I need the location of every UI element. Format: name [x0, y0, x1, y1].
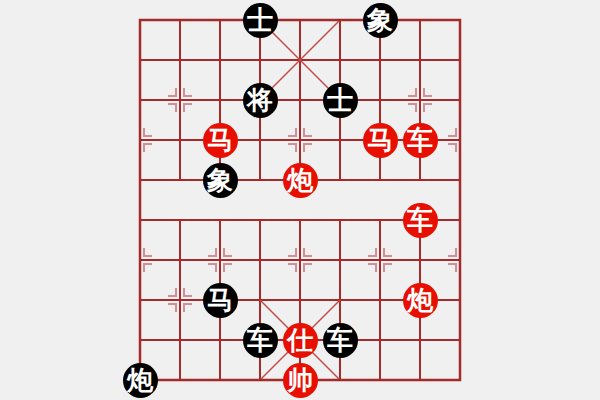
black-chariot[interactable]: 车	[243, 323, 278, 358]
black-elephant[interactable]: 象	[363, 3, 398, 38]
black-horse[interactable]: 马	[203, 283, 238, 318]
red-chariot[interactable]: 车	[403, 123, 438, 158]
black-chariot[interactable]: 车	[323, 323, 358, 358]
red-horse[interactable]: 马	[203, 123, 238, 158]
red-general[interactable]: 帅	[283, 363, 318, 398]
black-cannon[interactable]: 炮	[123, 363, 158, 398]
xiangqi-board: 士象将士象马车车炮马马车炮车炮仕帅	[0, 0, 600, 400]
black-elephant[interactable]: 象	[203, 163, 238, 198]
red-chariot[interactable]: 车	[403, 203, 438, 238]
red-cannon[interactable]: 炮	[403, 283, 438, 318]
black-advisor[interactable]: 士	[243, 3, 278, 38]
red-cannon[interactable]: 炮	[283, 163, 318, 198]
pieces-layer: 士象将士象马车车炮马马车炮车炮仕帅	[120, 0, 480, 400]
red-advisor[interactable]: 仕	[283, 323, 318, 358]
black-general[interactable]: 将	[243, 83, 278, 118]
black-advisor[interactable]: 士	[323, 83, 358, 118]
red-horse[interactable]: 马	[363, 123, 398, 158]
